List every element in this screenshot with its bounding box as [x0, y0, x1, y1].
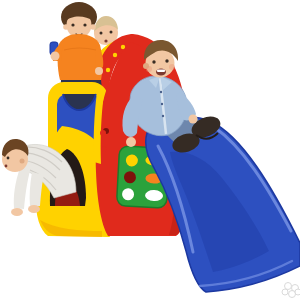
frame-rivet-1	[100, 130, 106, 136]
boy-eye-left	[152, 60, 155, 63]
toddler-orange-eye-right	[83, 23, 86, 26]
baby-crawling-hand-right	[28, 205, 40, 213]
baby-crawling-eye	[7, 157, 10, 160]
baby-crawling-mouth	[5, 165, 8, 168]
watermark-circle-5	[295, 289, 300, 295]
arch-rivet-2	[106, 68, 110, 72]
boy-teeth	[157, 70, 165, 73]
watermark-circle-4	[289, 291, 296, 298]
boy-blush-right	[169, 64, 175, 70]
frame-rivet-2	[101, 146, 106, 151]
baby-crawling-ear	[20, 159, 25, 164]
arch-rivet-3	[121, 45, 125, 49]
toddler-orange-hand-left	[51, 52, 60, 61]
toddler-orange-ear-right	[90, 24, 96, 30]
baby-blond-eye-right	[110, 31, 113, 34]
toddler-orange-hand-right	[95, 67, 103, 75]
baby-crawling-hand-left	[11, 208, 23, 216]
boy-hand-right	[189, 115, 198, 124]
boy-blush-left	[146, 66, 152, 72]
toddler-orange-eye-left	[71, 23, 74, 26]
boy-hand-left	[126, 137, 136, 147]
scene-illustration	[0, 0, 300, 300]
toddler-orange-ear-left	[63, 24, 69, 30]
watermark-circle-1	[285, 283, 292, 290]
boy-shirt-button-3	[162, 115, 164, 117]
boy-eye-right	[165, 59, 168, 62]
boy-shirt-button-2	[161, 103, 163, 105]
product-photo	[0, 0, 300, 300]
boy-shirt-button-1	[160, 91, 162, 93]
baby-blond-eye-left	[100, 32, 103, 35]
watermark-circle-3	[282, 289, 288, 295]
baby-blond-mouth	[104, 39, 107, 42]
arch-rivet-1	[113, 53, 117, 57]
